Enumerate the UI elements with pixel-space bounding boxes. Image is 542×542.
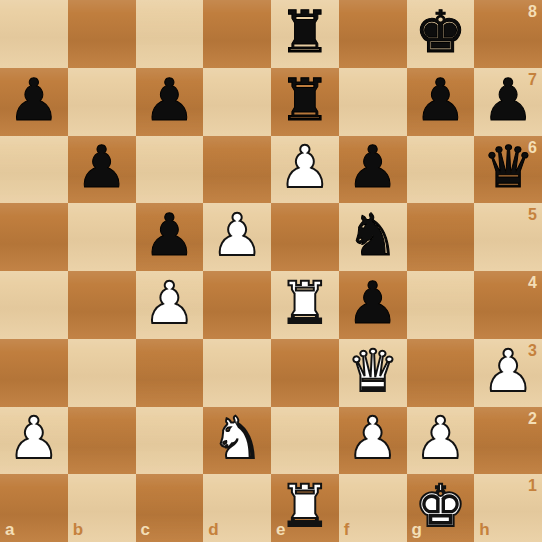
piece-black-pawn[interactable]: ♟	[143, 206, 195, 264]
square-h1[interactable]: 1h	[474, 474, 542, 542]
square-c2[interactable]	[136, 407, 204, 475]
rank-label-8: 8	[528, 4, 537, 20]
piece-white-knight[interactable]: ♞	[211, 409, 263, 467]
piece-black-knight[interactable]: ♞	[347, 206, 399, 264]
piece-white-pawn[interactable]: ♟	[347, 409, 399, 467]
piece-white-queen[interactable]: ♛	[347, 342, 399, 400]
piece-white-pawn[interactable]: ♟	[211, 206, 263, 264]
file-label-c: c	[141, 521, 150, 538]
square-f3[interactable]: ♛	[339, 339, 407, 407]
square-f1[interactable]: f	[339, 474, 407, 542]
square-h6[interactable]: ♛6	[474, 136, 542, 204]
file-label-b: b	[73, 521, 83, 538]
piece-black-pawn[interactable]: ♟	[143, 71, 195, 129]
square-b8[interactable]	[68, 0, 136, 68]
square-e6[interactable]: ♟	[271, 136, 339, 204]
square-g6[interactable]	[407, 136, 475, 204]
square-g2[interactable]: ♟	[407, 407, 475, 475]
square-d3[interactable]	[203, 339, 271, 407]
square-e5[interactable]	[271, 203, 339, 271]
piece-black-king[interactable]: ♚	[414, 3, 466, 61]
square-g7[interactable]: ♟	[407, 68, 475, 136]
square-b2[interactable]	[68, 407, 136, 475]
square-g5[interactable]	[407, 203, 475, 271]
piece-black-queen[interactable]: ♛	[482, 138, 534, 196]
square-d6[interactable]	[203, 136, 271, 204]
square-d7[interactable]	[203, 68, 271, 136]
square-a5[interactable]	[0, 203, 68, 271]
square-h3[interactable]: ♟3	[474, 339, 542, 407]
rank-label-4: 4	[528, 275, 537, 291]
square-g3[interactable]	[407, 339, 475, 407]
square-c3[interactable]	[136, 339, 204, 407]
file-label-h: h	[479, 521, 489, 538]
piece-black-rook[interactable]: ♜	[279, 3, 331, 61]
square-a6[interactable]	[0, 136, 68, 204]
square-f7[interactable]	[339, 68, 407, 136]
square-h7[interactable]: ♟7	[474, 68, 542, 136]
square-f8[interactable]	[339, 0, 407, 68]
square-a4[interactable]	[0, 271, 68, 339]
file-label-f: f	[344, 521, 350, 538]
square-e7[interactable]: ♜	[271, 68, 339, 136]
square-e2[interactable]	[271, 407, 339, 475]
file-label-d: d	[208, 521, 218, 538]
piece-black-pawn[interactable]: ♟	[347, 274, 399, 332]
square-a8[interactable]	[0, 0, 68, 68]
square-d5[interactable]: ♟	[203, 203, 271, 271]
square-d4[interactable]	[203, 271, 271, 339]
square-c1[interactable]: c	[136, 474, 204, 542]
square-e3[interactable]	[271, 339, 339, 407]
square-e4[interactable]: ♜	[271, 271, 339, 339]
square-g8[interactable]: ♚	[407, 0, 475, 68]
square-b3[interactable]	[68, 339, 136, 407]
square-a2[interactable]: ♟	[0, 407, 68, 475]
piece-black-pawn[interactable]: ♟	[482, 71, 534, 129]
rank-label-2: 2	[528, 411, 537, 427]
square-c6[interactable]	[136, 136, 204, 204]
square-b5[interactable]	[68, 203, 136, 271]
square-e1[interactable]: ♜e	[271, 474, 339, 542]
square-h4[interactable]: 4	[474, 271, 542, 339]
square-h5[interactable]: 5	[474, 203, 542, 271]
square-d2[interactable]: ♞	[203, 407, 271, 475]
piece-white-king[interactable]: ♚	[414, 477, 466, 535]
square-a7[interactable]: ♟	[0, 68, 68, 136]
rank-label-1: 1	[528, 478, 537, 494]
chess-board: ♜♚8♟♟♜♟♟7♟♟♟♛6♟♟♞5♟♜♟4♛♟3♟♞♟♟2abcd♜ef♚g1…	[0, 0, 542, 542]
piece-black-pawn[interactable]: ♟	[76, 138, 128, 196]
square-e8[interactable]: ♜	[271, 0, 339, 68]
file-label-a: a	[5, 521, 14, 538]
piece-white-pawn[interactable]: ♟	[482, 342, 534, 400]
piece-white-pawn[interactable]: ♟	[8, 409, 60, 467]
piece-white-pawn[interactable]: ♟	[143, 274, 195, 332]
square-c7[interactable]: ♟	[136, 68, 204, 136]
square-c4[interactable]: ♟	[136, 271, 204, 339]
square-d8[interactable]	[203, 0, 271, 68]
square-f6[interactable]: ♟	[339, 136, 407, 204]
square-h2[interactable]: 2	[474, 407, 542, 475]
piece-white-rook[interactable]: ♜	[279, 477, 331, 535]
square-g1[interactable]: ♚g	[407, 474, 475, 542]
piece-white-pawn[interactable]: ♟	[414, 409, 466, 467]
square-a3[interactable]	[0, 339, 68, 407]
square-b4[interactable]	[68, 271, 136, 339]
square-b1[interactable]: b	[68, 474, 136, 542]
square-d1[interactable]: d	[203, 474, 271, 542]
square-b7[interactable]	[68, 68, 136, 136]
square-f4[interactable]: ♟	[339, 271, 407, 339]
piece-white-rook[interactable]: ♜	[279, 274, 331, 332]
rank-label-5: 5	[528, 207, 537, 223]
piece-black-pawn[interactable]: ♟	[414, 71, 466, 129]
square-c5[interactable]: ♟	[136, 203, 204, 271]
piece-white-pawn[interactable]: ♟	[279, 138, 331, 196]
square-f2[interactable]: ♟	[339, 407, 407, 475]
square-c8[interactable]	[136, 0, 204, 68]
piece-black-rook[interactable]: ♜	[279, 71, 331, 129]
piece-black-pawn[interactable]: ♟	[8, 71, 60, 129]
square-g4[interactable]	[407, 271, 475, 339]
square-h8[interactable]: 8	[474, 0, 542, 68]
piece-black-pawn[interactable]: ♟	[347, 138, 399, 196]
square-a1[interactable]: a	[0, 474, 68, 542]
square-b6[interactable]: ♟	[68, 136, 136, 204]
square-f5[interactable]: ♞	[339, 203, 407, 271]
